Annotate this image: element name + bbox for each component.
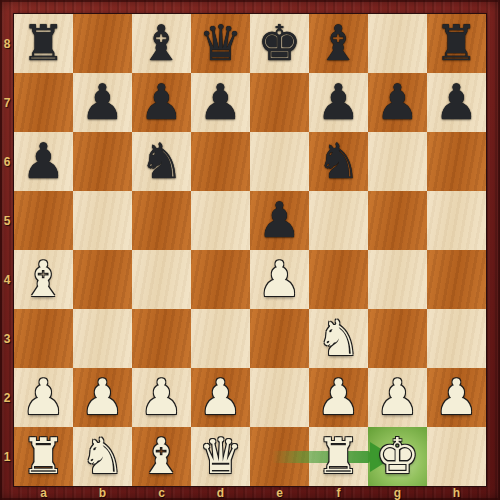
square-g4[interactable] — [368, 250, 427, 309]
black-rook[interactable]: ♜ — [427, 14, 486, 73]
square-c8[interactable]: ♝ — [132, 14, 191, 73]
square-c7[interactable]: ♟ — [132, 73, 191, 132]
black-bishop[interactable]: ♝ — [132, 14, 191, 73]
black-pawn[interactable]: ♟ — [73, 73, 132, 132]
white-king[interactable]: ♚ — [368, 427, 427, 486]
square-f2[interactable]: ♟ — [309, 368, 368, 427]
square-e8[interactable]: ♚ — [250, 14, 309, 73]
black-pawn[interactable]: ♟ — [132, 73, 191, 132]
square-a4[interactable]: ♝ — [14, 250, 73, 309]
white-knight[interactable]: ♞ — [73, 427, 132, 486]
black-pawn[interactable]: ♟ — [14, 132, 73, 191]
square-b1[interactable]: ♞ — [73, 427, 132, 486]
square-e1[interactable] — [250, 427, 309, 486]
rank-label-8: 8 — [0, 14, 14, 73]
black-queen[interactable]: ♛ — [191, 14, 250, 73]
file-label-b: b — [73, 486, 132, 500]
black-pawn[interactable]: ♟ — [250, 191, 309, 250]
chess-app: ♜♝♛♚♝♜♟♟♟♟♟♟♟♞♞♟♝♟♞♟♟♟♟♟♟♟♜♞♝♛♜♚ 8765432… — [0, 0, 500, 500]
rank-label-6: 6 — [0, 132, 14, 191]
black-king[interactable]: ♚ — [250, 14, 309, 73]
square-c3[interactable] — [132, 309, 191, 368]
file-label-d: d — [191, 486, 250, 500]
rank-label-1: 1 — [0, 427, 14, 486]
square-f3[interactable]: ♞ — [309, 309, 368, 368]
square-b6[interactable] — [73, 132, 132, 191]
square-d2[interactable]: ♟ — [191, 368, 250, 427]
white-pawn[interactable]: ♟ — [368, 368, 427, 427]
rank-label-3: 3 — [0, 309, 14, 368]
square-c1[interactable]: ♝ — [132, 427, 191, 486]
square-h7[interactable]: ♟ — [427, 73, 486, 132]
rank-label-5: 5 — [0, 191, 14, 250]
file-label-a: a — [14, 486, 73, 500]
square-a5[interactable] — [14, 191, 73, 250]
square-e6[interactable] — [250, 132, 309, 191]
square-e5[interactable]: ♟ — [250, 191, 309, 250]
black-pawn[interactable]: ♟ — [191, 73, 250, 132]
black-knight[interactable]: ♞ — [132, 132, 191, 191]
square-b8[interactable] — [73, 14, 132, 73]
square-g2[interactable]: ♟ — [368, 368, 427, 427]
white-queen[interactable]: ♛ — [191, 427, 250, 486]
square-d5[interactable] — [191, 191, 250, 250]
square-f8[interactable]: ♝ — [309, 14, 368, 73]
square-a1[interactable]: ♜ — [14, 427, 73, 486]
square-d3[interactable] — [191, 309, 250, 368]
square-g8[interactable] — [368, 14, 427, 73]
square-e2[interactable] — [250, 368, 309, 427]
square-f4[interactable] — [309, 250, 368, 309]
square-h2[interactable]: ♟ — [427, 368, 486, 427]
square-d1[interactable]: ♛ — [191, 427, 250, 486]
white-pawn[interactable]: ♟ — [427, 368, 486, 427]
square-b5[interactable] — [73, 191, 132, 250]
white-pawn[interactable]: ♟ — [73, 368, 132, 427]
square-d4[interactable] — [191, 250, 250, 309]
square-h6[interactable] — [427, 132, 486, 191]
square-a8[interactable]: ♜ — [14, 14, 73, 73]
square-g7[interactable]: ♟ — [368, 73, 427, 132]
white-pawn[interactable]: ♟ — [250, 250, 309, 309]
file-label-e: e — [250, 486, 309, 500]
square-c2[interactable]: ♟ — [132, 368, 191, 427]
square-g1[interactable]: ♚ — [368, 427, 427, 486]
square-b3[interactable] — [73, 309, 132, 368]
square-f7[interactable]: ♟ — [309, 73, 368, 132]
square-e4[interactable]: ♟ — [250, 250, 309, 309]
square-c5[interactable] — [132, 191, 191, 250]
black-pawn[interactable]: ♟ — [309, 73, 368, 132]
square-d7[interactable]: ♟ — [191, 73, 250, 132]
square-e7[interactable] — [250, 73, 309, 132]
square-c4[interactable] — [132, 250, 191, 309]
square-f5[interactable] — [309, 191, 368, 250]
file-label-g: g — [368, 486, 427, 500]
square-g3[interactable] — [368, 309, 427, 368]
square-g5[interactable] — [368, 191, 427, 250]
white-bishop[interactable]: ♝ — [132, 427, 191, 486]
square-h8[interactable]: ♜ — [427, 14, 486, 73]
file-label-c: c — [132, 486, 191, 500]
square-a2[interactable]: ♟ — [14, 368, 73, 427]
square-a6[interactable]: ♟ — [14, 132, 73, 191]
black-pawn[interactable]: ♟ — [427, 73, 486, 132]
square-a3[interactable] — [14, 309, 73, 368]
square-h4[interactable] — [427, 250, 486, 309]
square-d6[interactable] — [191, 132, 250, 191]
square-g6[interactable] — [368, 132, 427, 191]
chess-board[interactable]: ♜♝♛♚♝♜♟♟♟♟♟♟♟♞♞♟♝♟♞♟♟♟♟♟♟♟♜♞♝♛♜♚ — [14, 14, 486, 486]
square-e3[interactable] — [250, 309, 309, 368]
black-knight[interactable]: ♞ — [309, 132, 368, 191]
rank-label-2: 2 — [0, 368, 14, 427]
square-a7[interactable] — [14, 73, 73, 132]
white-knight[interactable]: ♞ — [309, 309, 368, 368]
square-f1[interactable]: ♜ — [309, 427, 368, 486]
rank-label-7: 7 — [0, 73, 14, 132]
white-pawn[interactable]: ♟ — [191, 368, 250, 427]
square-h5[interactable] — [427, 191, 486, 250]
file-label-h: h — [427, 486, 486, 500]
black-bishop[interactable]: ♝ — [309, 14, 368, 73]
square-h1[interactable] — [427, 427, 486, 486]
square-b2[interactable]: ♟ — [73, 368, 132, 427]
white-pawn[interactable]: ♟ — [14, 368, 73, 427]
white-pawn[interactable]: ♟ — [309, 368, 368, 427]
square-c6[interactable]: ♞ — [132, 132, 191, 191]
square-h3[interactable] — [427, 309, 486, 368]
square-f6[interactable]: ♞ — [309, 132, 368, 191]
white-rook[interactable]: ♜ — [309, 427, 368, 486]
square-d8[interactable]: ♛ — [191, 14, 250, 73]
black-rook[interactable]: ♜ — [14, 14, 73, 73]
square-b4[interactable] — [73, 250, 132, 309]
file-label-f: f — [309, 486, 368, 500]
white-rook[interactable]: ♜ — [14, 427, 73, 486]
rank-label-4: 4 — [0, 250, 14, 309]
black-pawn[interactable]: ♟ — [368, 73, 427, 132]
white-bishop[interactable]: ♝ — [14, 250, 73, 309]
square-b7[interactable]: ♟ — [73, 73, 132, 132]
white-pawn[interactable]: ♟ — [132, 368, 191, 427]
